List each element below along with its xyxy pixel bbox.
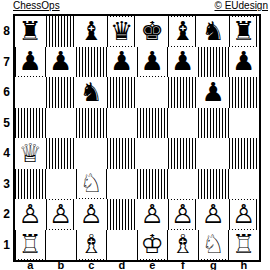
square-g5[interactable] (198, 108, 229, 139)
square-c1[interactable]: ♗ (76, 230, 107, 261)
white-pawn: ♙ (170, 200, 195, 229)
square-c2[interactable]: ♙ (76, 199, 107, 230)
black-pawn: ♟ (109, 47, 134, 76)
black-rook: ♜ (18, 17, 43, 46)
square-b2[interactable]: ♙ (46, 199, 77, 230)
square-c5[interactable] (76, 108, 107, 139)
square-d3[interactable] (107, 169, 138, 200)
square-h5[interactable] (229, 108, 260, 139)
square-g8[interactable]: ♞ (198, 16, 229, 47)
rank-label-1: 1 (0, 230, 13, 261)
square-a8[interactable]: ♜ (15, 16, 46, 47)
rank-label-8: 8 (0, 16, 13, 47)
black-bishop: ♝ (79, 17, 104, 46)
white-knight: ♘ (79, 169, 104, 198)
board-frame: ♜♝♛♚♝♞♜♟♟♟♟♟♟♞♟♕♘♙♙♙♙♙♙♙♖♗♔♗♘♖ (13, 14, 261, 262)
white-rook: ♖ (18, 230, 43, 259)
square-b5[interactable] (46, 108, 77, 139)
square-d5[interactable] (107, 108, 138, 139)
square-b7[interactable]: ♟ (46, 47, 77, 78)
white-rook: ♖ (231, 230, 256, 259)
square-h4[interactable] (229, 138, 260, 169)
file-label-e: e (137, 261, 168, 270)
black-bishop: ♝ (170, 17, 195, 46)
square-a2[interactable]: ♙ (15, 199, 46, 230)
square-f2[interactable]: ♙ (168, 199, 199, 230)
square-c3[interactable]: ♘ (76, 169, 107, 200)
file-label-d: d (107, 261, 138, 270)
white-pawn: ♙ (48, 200, 73, 229)
square-b4[interactable] (46, 138, 77, 169)
square-e5[interactable] (137, 108, 168, 139)
white-pawn: ♙ (201, 200, 226, 229)
square-f8[interactable]: ♝ (168, 16, 199, 47)
square-e6[interactable] (137, 77, 168, 108)
square-d4[interactable] (107, 138, 138, 169)
square-g2[interactable]: ♙ (198, 199, 229, 230)
square-h1[interactable]: ♖ (229, 230, 260, 261)
square-h2[interactable]: ♙ (229, 199, 260, 230)
white-pawn: ♙ (18, 200, 43, 229)
square-b3[interactable] (46, 169, 77, 200)
file-label-b: b (46, 261, 77, 270)
white-pawn: ♙ (140, 200, 165, 229)
black-pawn: ♟ (140, 47, 165, 76)
square-c7[interactable] (76, 47, 107, 78)
file-label-f: f (168, 261, 199, 270)
rank-label-4: 4 (0, 138, 13, 169)
square-h7[interactable]: ♟ (229, 47, 260, 78)
white-king: ♔ (140, 230, 165, 259)
file-label-h: h (229, 261, 260, 270)
chess-board: ♜♝♛♚♝♞♜♟♟♟♟♟♟♞♟♕♘♙♙♙♙♙♙♙♖♗♔♗♘♖ (13, 14, 261, 262)
square-e4[interactable] (137, 138, 168, 169)
rank-label-6: 6 (0, 77, 13, 108)
square-f3[interactable] (168, 169, 199, 200)
square-d6[interactable] (107, 77, 138, 108)
square-d2[interactable] (107, 199, 138, 230)
square-g1[interactable]: ♘ (198, 230, 229, 261)
square-b1[interactable] (46, 230, 77, 261)
square-g4[interactable] (198, 138, 229, 169)
square-b8[interactable] (46, 16, 77, 47)
white-pawn: ♙ (231, 200, 256, 229)
black-pawn: ♟ (170, 47, 195, 76)
square-h6[interactable] (229, 77, 260, 108)
square-a5[interactable] (15, 108, 46, 139)
square-h3[interactable] (229, 169, 260, 200)
square-e7[interactable]: ♟ (137, 47, 168, 78)
white-pawn: ♙ (79, 200, 104, 229)
rank-label-5: 5 (0, 108, 13, 139)
square-a7[interactable]: ♟ (15, 47, 46, 78)
file-labels: abcdefgh (15, 261, 259, 270)
white-bishop: ♗ (170, 230, 195, 259)
rank-labels: 87654321 (0, 16, 13, 260)
square-a6[interactable] (15, 77, 46, 108)
black-queen: ♛ (109, 17, 134, 46)
square-d7[interactable]: ♟ (107, 47, 138, 78)
square-c4[interactable] (76, 138, 107, 169)
square-e3[interactable] (137, 169, 168, 200)
square-g3[interactable] (198, 169, 229, 200)
square-f1[interactable]: ♗ (168, 230, 199, 261)
black-knight: ♞ (201, 17, 226, 46)
square-c6[interactable]: ♞ (76, 77, 107, 108)
square-a1[interactable]: ♖ (15, 230, 46, 261)
square-f6[interactable] (168, 77, 199, 108)
black-pawn: ♟ (18, 47, 43, 76)
white-knight: ♘ (201, 230, 226, 259)
square-g6[interactable]: ♟ (198, 77, 229, 108)
chessops-diagram-page: ChessOps © EUdesign 87654321 ♜♝♛♚♝♞♜♟♟♟♟… (0, 0, 270, 270)
square-b6[interactable] (46, 77, 77, 108)
square-h8[interactable]: ♜ (229, 16, 260, 47)
chessops-title-link[interactable]: ChessOps (13, 0, 60, 11)
rank-label-7: 7 (0, 47, 13, 78)
square-f4[interactable] (168, 138, 199, 169)
square-a3[interactable] (15, 169, 46, 200)
black-pawn: ♟ (201, 78, 226, 107)
header: ChessOps © EUdesign (13, 0, 268, 12)
black-rook: ♜ (231, 17, 256, 46)
rank-label-3: 3 (0, 169, 13, 200)
square-f7[interactable]: ♟ (168, 47, 199, 78)
square-e8[interactable]: ♚ (137, 16, 168, 47)
eudesign-credit-link[interactable]: © EUdesign (214, 0, 268, 11)
file-label-c: c (76, 261, 107, 270)
square-g7[interactable] (198, 47, 229, 78)
square-e1[interactable]: ♔ (137, 230, 168, 261)
black-pawn: ♟ (48, 47, 73, 76)
square-d8[interactable]: ♛ (107, 16, 138, 47)
square-e2[interactable]: ♙ (137, 199, 168, 230)
square-a4[interactable]: ♕ (15, 138, 46, 169)
square-c8[interactable]: ♝ (76, 16, 107, 47)
white-queen: ♕ (18, 139, 43, 168)
black-king: ♚ (140, 17, 165, 46)
black-knight: ♞ (79, 78, 104, 107)
square-d1[interactable] (107, 230, 138, 261)
black-pawn: ♟ (231, 47, 256, 76)
rank-label-2: 2 (0, 199, 13, 230)
file-label-a: a (15, 261, 46, 270)
file-label-g: g (198, 261, 229, 270)
square-f5[interactable] (168, 108, 199, 139)
white-bishop: ♗ (79, 230, 104, 259)
